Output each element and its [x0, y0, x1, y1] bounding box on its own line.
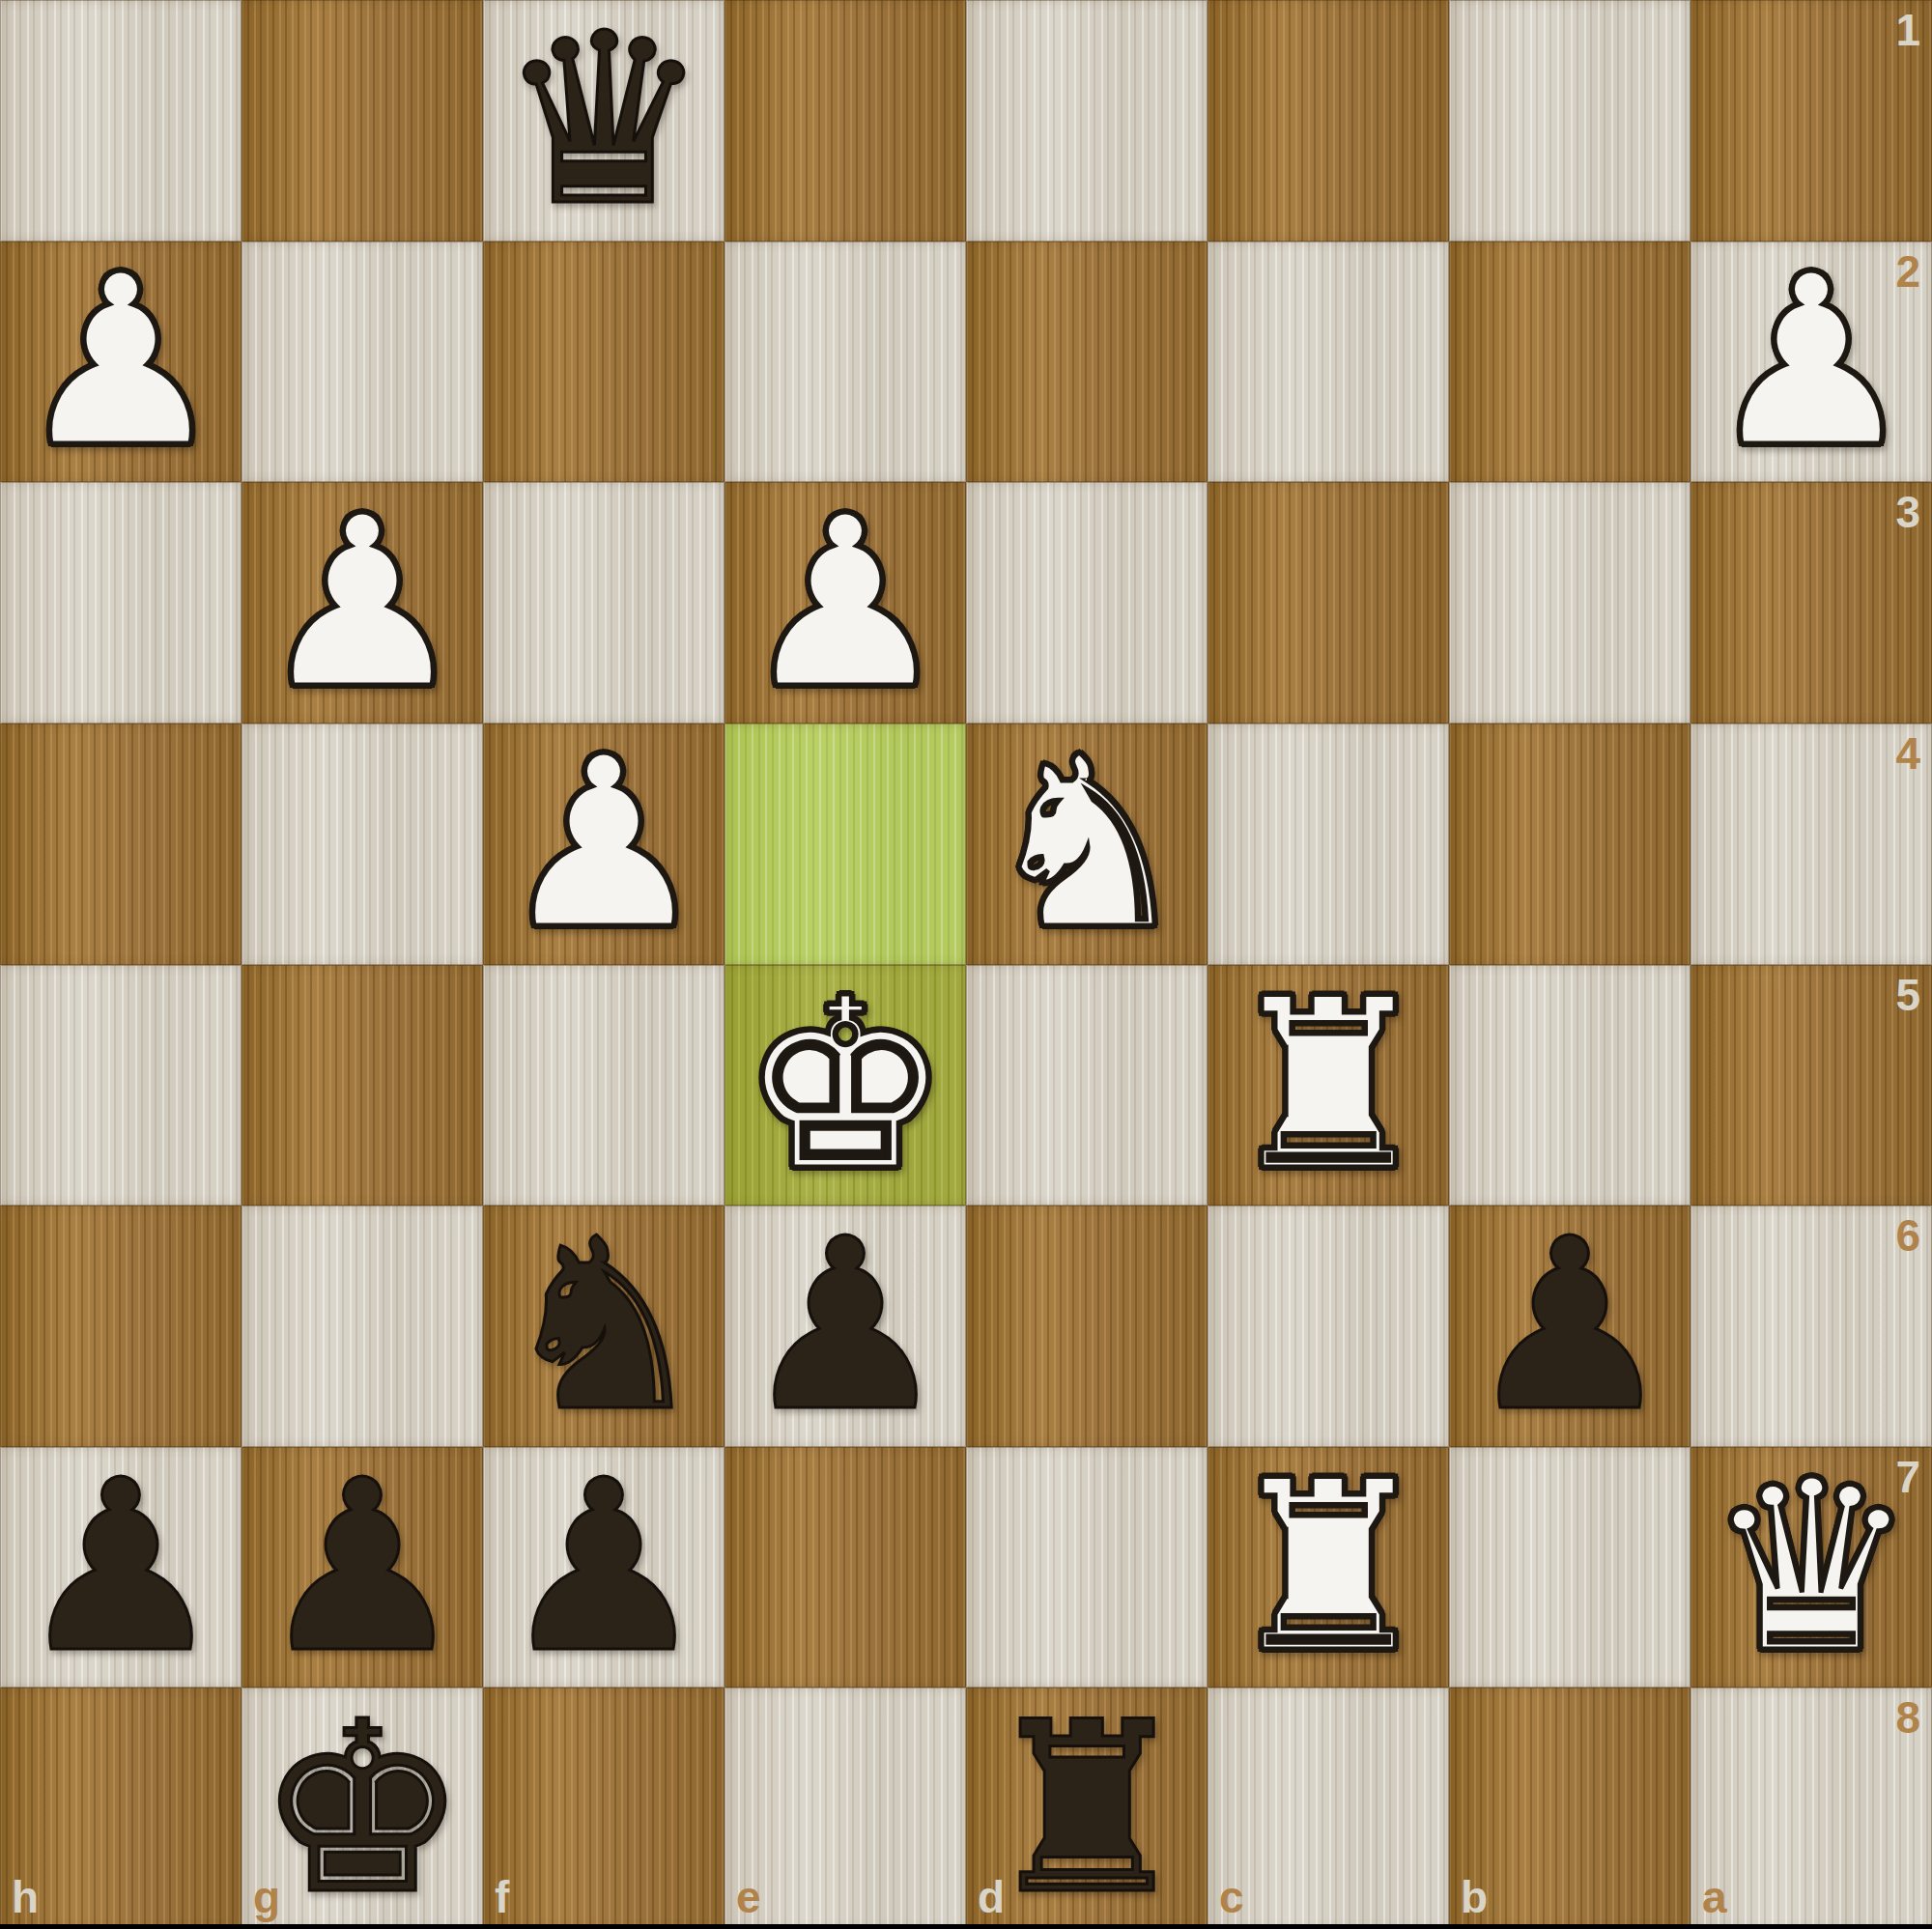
square-f1[interactable]: ♛ — [483, 0, 724, 241]
black-pawn-f7[interactable]: ♟ — [497, 1449, 710, 1686]
square-e2[interactable] — [724, 241, 966, 483]
square-e7[interactable] — [724, 1447, 966, 1688]
square-a1[interactable]: 1 — [1690, 0, 1932, 241]
square-c3[interactable] — [1207, 482, 1449, 723]
square-b4[interactable] — [1449, 723, 1690, 965]
rank-label-5: 5 — [1895, 973, 1920, 1017]
square-h3[interactable] — [0, 482, 241, 723]
square-a2[interactable]: ♟2 — [1690, 241, 1932, 483]
square-d6[interactable] — [966, 1206, 1207, 1447]
black-pawn-e6[interactable]: ♟ — [739, 1207, 952, 1444]
square-h6[interactable] — [0, 1206, 241, 1447]
black-pawn-b6[interactable]: ♟ — [1463, 1207, 1676, 1444]
square-b5[interactable] — [1449, 965, 1690, 1206]
black-knight-f6[interactable]: ♞ — [497, 1207, 710, 1444]
rank-label-1: 1 — [1895, 8, 1920, 52]
square-f2[interactable] — [483, 241, 724, 483]
square-e5[interactable]: ♚ — [724, 965, 966, 1206]
square-a8[interactable]: 8a — [1690, 1688, 1932, 1929]
square-f8[interactable]: f — [483, 1688, 724, 1929]
white-pawn-f4[interactable]: ♟ — [497, 725, 710, 962]
square-f3[interactable] — [483, 482, 724, 723]
square-g3[interactable]: ♟ — [241, 482, 483, 723]
square-a5[interactable]: 5 — [1690, 965, 1932, 1206]
file-label-a: a — [1702, 1875, 1727, 1919]
square-e1[interactable] — [724, 0, 966, 241]
square-g2[interactable] — [241, 241, 483, 483]
black-pawn-h7[interactable]: ♟ — [14, 1449, 227, 1686]
white-pawn-g3[interactable]: ♟ — [256, 485, 469, 722]
square-g4[interactable] — [241, 723, 483, 965]
square-a3[interactable]: 3 — [1690, 482, 1932, 723]
square-e4[interactable] — [724, 723, 966, 965]
black-queen-f1[interactable]: ♛ — [497, 2, 710, 239]
square-e8[interactable]: e — [724, 1688, 966, 1929]
square-b7[interactable] — [1449, 1447, 1690, 1688]
square-a7[interactable]: ♛7 — [1690, 1447, 1932, 1688]
black-rook-d8[interactable]: ♜ — [980, 1690, 1193, 1927]
file-label-f: f — [495, 1875, 509, 1919]
white-king-e5[interactable]: ♚ — [739, 967, 952, 1204]
chess-board: ♛1♟♟2♟♟3♟♞4♚♜5♞♟♟6♟♟♟♜♛7h♚gfe♜dcb8a — [0, 0, 1932, 1929]
rank-label-7: 7 — [1895, 1455, 1920, 1499]
file-label-d: d — [978, 1875, 1005, 1919]
square-b1[interactable] — [1449, 0, 1690, 241]
square-d7[interactable] — [966, 1447, 1207, 1688]
square-e6[interactable]: ♟ — [724, 1206, 966, 1447]
square-h8[interactable]: h — [0, 1688, 241, 1929]
square-c1[interactable] — [1207, 0, 1449, 241]
file-label-e: e — [736, 1875, 761, 1919]
white-rook-c5[interactable]: ♜ — [1222, 967, 1435, 1204]
square-h2[interactable]: ♟ — [0, 241, 241, 483]
square-d8[interactable]: ♜d — [966, 1688, 1207, 1929]
square-g6[interactable] — [241, 1206, 483, 1447]
square-g5[interactable] — [241, 965, 483, 1206]
white-knight-d4[interactable]: ♞ — [980, 725, 1193, 962]
square-d2[interactable] — [966, 241, 1207, 483]
white-queen-a7[interactable]: ♛ — [1705, 1449, 1918, 1686]
square-h7[interactable]: ♟ — [0, 1447, 241, 1688]
square-c7[interactable]: ♜ — [1207, 1447, 1449, 1688]
square-b8[interactable]: b — [1449, 1688, 1690, 1929]
file-label-c: c — [1219, 1875, 1244, 1919]
square-b3[interactable] — [1449, 482, 1690, 723]
square-f6[interactable]: ♞ — [483, 1206, 724, 1447]
square-d4[interactable]: ♞ — [966, 723, 1207, 965]
square-b6[interactable]: ♟ — [1449, 1206, 1690, 1447]
square-d3[interactable] — [966, 482, 1207, 723]
square-c4[interactable] — [1207, 723, 1449, 965]
file-label-h: h — [12, 1875, 39, 1919]
black-king-g8[interactable]: ♚ — [256, 1690, 469, 1927]
rank-label-2: 2 — [1895, 249, 1920, 294]
square-a6[interactable]: 6 — [1690, 1206, 1932, 1447]
black-pawn-g7[interactable]: ♟ — [256, 1449, 469, 1686]
rank-label-6: 6 — [1895, 1213, 1920, 1258]
square-g8[interactable]: ♚g — [241, 1688, 483, 1929]
file-label-g: g — [253, 1875, 280, 1919]
square-h5[interactable] — [0, 965, 241, 1206]
square-f5[interactable] — [483, 965, 724, 1206]
square-c5[interactable]: ♜ — [1207, 965, 1449, 1206]
square-f4[interactable]: ♟ — [483, 723, 724, 965]
square-e3[interactable]: ♟ — [724, 482, 966, 723]
white-rook-c7[interactable]: ♜ — [1222, 1449, 1435, 1686]
white-pawn-h2[interactable]: ♟ — [14, 243, 227, 480]
square-h1[interactable] — [0, 0, 241, 241]
square-f7[interactable]: ♟ — [483, 1447, 724, 1688]
rank-label-4: 4 — [1895, 731, 1920, 776]
square-d1[interactable] — [966, 0, 1207, 241]
square-h4[interactable] — [0, 723, 241, 965]
square-g1[interactable] — [241, 0, 483, 241]
square-c2[interactable] — [1207, 241, 1449, 483]
file-label-b: b — [1461, 1875, 1488, 1919]
square-c6[interactable] — [1207, 1206, 1449, 1447]
square-a4[interactable]: 4 — [1690, 723, 1932, 965]
rank-label-8: 8 — [1895, 1695, 1920, 1740]
square-g7[interactable]: ♟ — [241, 1447, 483, 1688]
white-pawn-a2[interactable]: ♟ — [1705, 243, 1918, 480]
white-pawn-e3[interactable]: ♟ — [739, 485, 952, 722]
rank-label-3: 3 — [1895, 490, 1920, 534]
square-c8[interactable]: c — [1207, 1688, 1449, 1929]
square-d5[interactable] — [966, 965, 1207, 1206]
board-bottom-edge — [0, 1924, 1932, 1929]
square-b2[interactable] — [1449, 241, 1690, 483]
